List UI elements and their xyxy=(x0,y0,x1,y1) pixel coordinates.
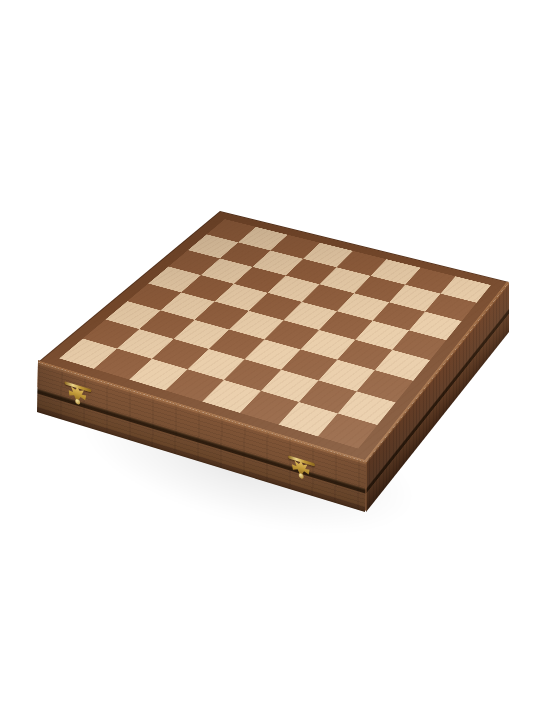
brass-clasp-icon xyxy=(59,380,95,421)
product-photo xyxy=(0,0,540,720)
clasp-knob xyxy=(298,473,303,480)
clasp-knob xyxy=(75,398,80,405)
brass-clasp-icon xyxy=(283,454,319,495)
